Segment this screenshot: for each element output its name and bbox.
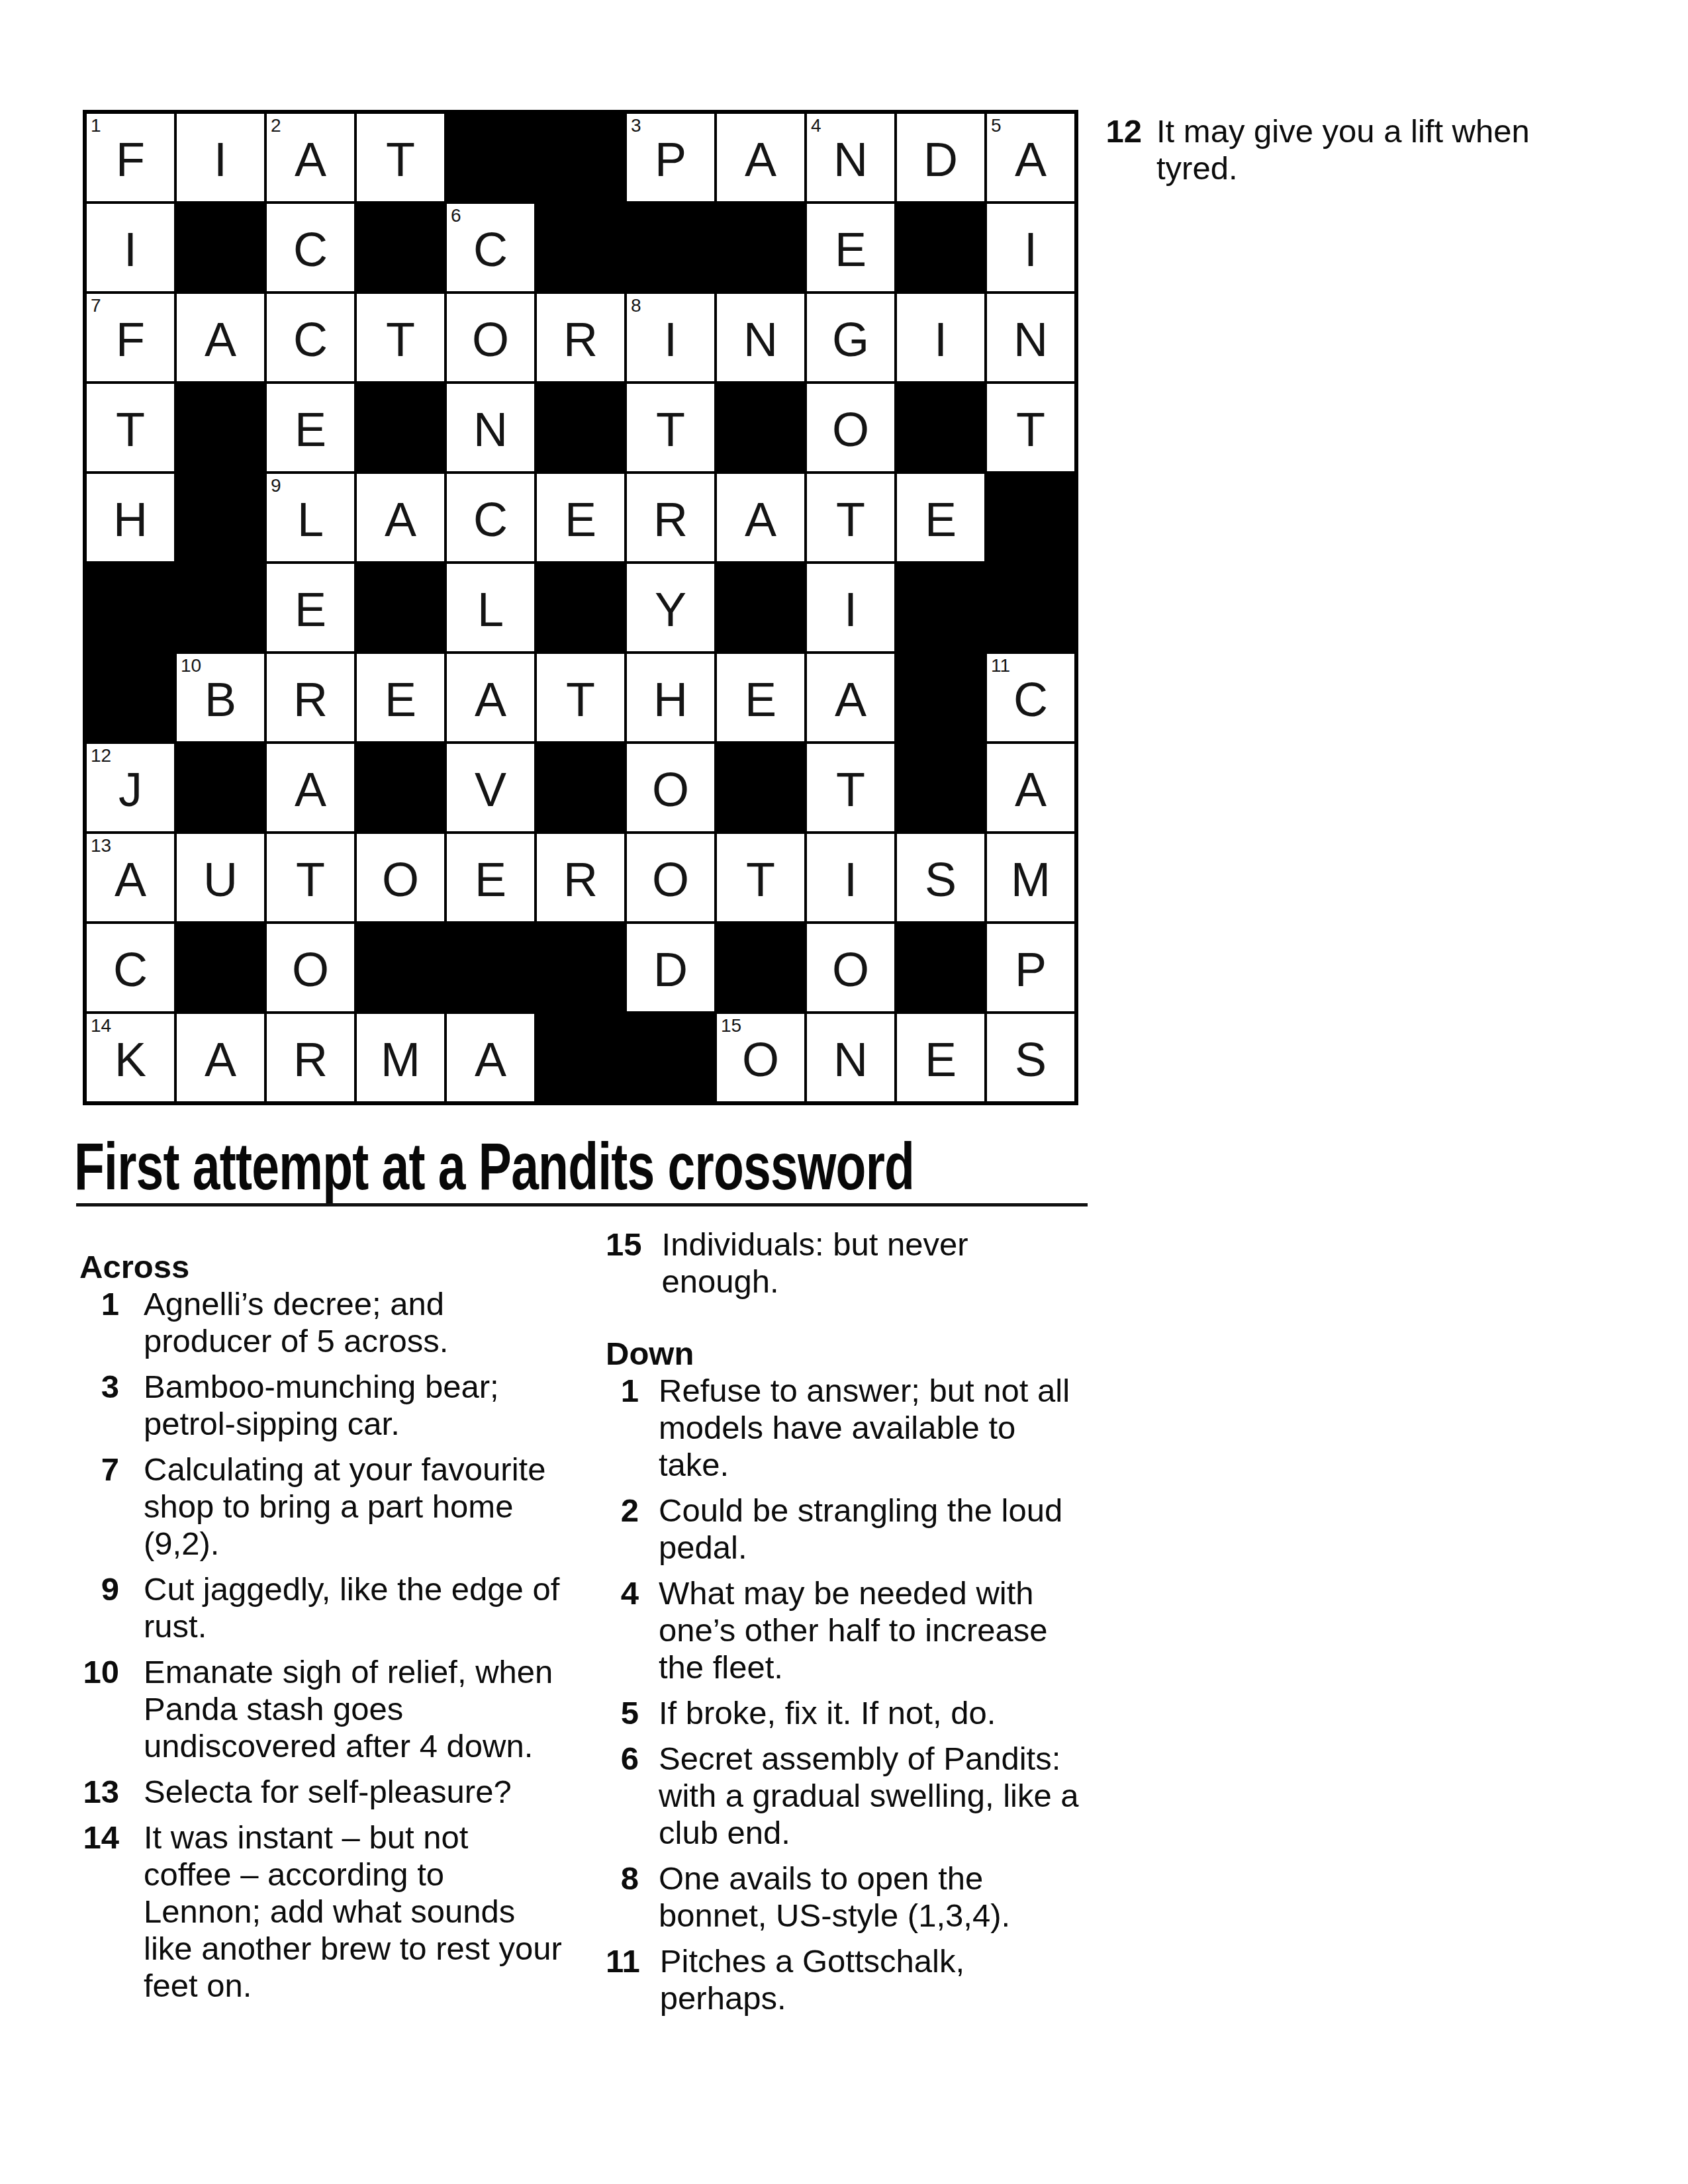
cell-r1c1[interactable]: 1F [87,114,174,201]
cell-r2c7 [627,204,714,291]
cell-letter: A [835,672,867,723]
cell-letter: I [844,852,857,903]
clue-across-9: 9 Cut jaggedly, like the edge of rust. [79,1570,589,1645]
cell-r4c10 [897,384,984,471]
clue-text: Agnelli’s decree; and producer of 5 acro… [144,1285,567,1359]
cell-r1c4[interactable]: T [357,114,444,201]
cell-letter: O [292,942,329,993]
cell-letter: N [1013,312,1048,363]
clue-across-13: 13 Selecta for self-pleasure? [79,1773,589,1810]
cell-r6c8 [717,564,804,651]
cell-r8c7[interactable]: O [627,744,714,831]
page-title: First attempt at a Pandits crossword [74,1133,914,1199]
clue-text: Secret assembly of Pandits: with a gradu… [659,1740,1096,1851]
cell-letter: T [296,852,325,903]
clue-number: 10 [79,1653,119,1690]
clue-text: Could be strangling the loud pedal. [659,1492,1096,1566]
cell-letter: O [652,852,689,903]
cell-r8c3[interactable]: A [267,744,354,831]
cell-r4c1[interactable]: T [87,384,174,471]
cell-r4c8 [717,384,804,471]
cell-letter: T [386,132,415,183]
cell-letter: A [295,132,326,183]
cell-letter: E [565,492,596,543]
cell-r7c11[interactable]: 11C [987,654,1074,741]
cell-r2c9[interactable]: E [807,204,894,291]
clue-down-8: 8 One avails to open the bonnet, US-styl… [606,1860,1109,1934]
cell-r3c7[interactable]: 8I [627,294,714,381]
cell-r3c2[interactable]: A [177,294,264,381]
cell-letter: R [293,1032,328,1083]
clue-text: It may give you a lift when tyred. [1156,113,1593,187]
cell-letter: I [124,222,137,273]
cell-letter: M [1011,852,1051,903]
clue-number: 1 [79,1285,119,1322]
cell-number: 10 [181,657,201,675]
cell-r11c2[interactable]: A [177,1014,264,1101]
clue-across-3: 3 Bamboo-munching bear; petrol-sipping c… [79,1368,589,1442]
clue-number: 9 [79,1570,119,1608]
cell-r10c1[interactable]: C [87,924,174,1011]
cell-r8c9[interactable]: T [807,744,894,831]
cell-r6c9[interactable]: I [807,564,894,651]
cell-letter: I [664,312,677,363]
cell-r10c4 [357,924,444,1011]
cell-r7c6[interactable]: T [537,654,624,741]
cell-letter: C [113,942,148,993]
cell-r2c2 [177,204,264,291]
cell-letter: E [925,1032,957,1083]
cell-r7c3[interactable]: R [267,654,354,741]
cell-r8c1[interactable]: 12J [87,744,174,831]
cell-letter: E [475,852,506,903]
cell-letter: S [1015,1032,1047,1083]
cell-letter: R [563,312,598,363]
cell-letter: A [205,1032,236,1083]
cell-letter: T [836,762,865,813]
cell-letter: A [475,672,506,723]
cell-letter: E [835,222,867,273]
cell-letter: T [746,852,775,903]
down-header: Down [606,1335,1109,1372]
cell-letter: N [743,312,778,363]
cell-r6c4 [357,564,444,651]
cell-r11c9[interactable]: N [807,1014,894,1101]
cell-letter: L [297,492,324,543]
cell-r8c5[interactable]: V [447,744,534,831]
cell-r8c4 [357,744,444,831]
cell-r9c2[interactable]: U [177,834,264,921]
cell-letter: A [115,852,146,903]
cell-r2c8 [717,204,804,291]
cell-r9c1[interactable]: 13A [87,834,174,921]
cell-number: 7 [91,296,101,315]
clue-number: 7 [79,1451,119,1488]
cell-letter: N [833,1032,868,1083]
cell-letter: C [293,312,328,363]
clue-number: 2 [606,1492,639,1529]
cell-r9c3[interactable]: T [267,834,354,921]
cell-letter: E [295,582,326,633]
cell-r1c7[interactable]: 3P [627,114,714,201]
cell-r2c11[interactable]: I [987,204,1074,291]
cell-letter: I [844,582,857,633]
cell-r5c10[interactable]: E [897,474,984,561]
cell-r9c5[interactable]: E [447,834,534,921]
cell-r10c6 [537,924,624,1011]
clue-text: Selecta for self-pleasure? [144,1773,567,1810]
cell-letter: I [934,312,947,363]
down-clues-column: 15 Individuals: but never enough. Down 1… [606,1226,1109,2017]
cell-r11c6 [537,1014,624,1101]
cell-r6c3[interactable]: E [267,564,354,651]
cell-r4c7[interactable]: T [627,384,714,471]
cell-letter: C [1013,672,1048,723]
cell-r10c7[interactable]: D [627,924,714,1011]
cell-r5c1[interactable]: H [87,474,174,561]
cell-letter: J [118,762,142,813]
cell-r3c1[interactable]: 7F [87,294,174,381]
clue-number: 6 [606,1740,639,1777]
clue-down-11: 11 Pitches a Gottschalk, perhaps. [606,1942,1109,2017]
across-clues-column: Across 1 Agnelli’s decree; and producer … [79,1248,589,2004]
cell-r11c7 [627,1014,714,1101]
clue-across-10: 10 Emanate sigh of relief, when Panda st… [79,1653,589,1764]
cell-r9c6[interactable]: R [537,834,624,921]
cell-r6c10 [897,564,984,651]
cell-letter: A [295,762,326,813]
cell-letter: A [745,492,776,543]
cell-r9c4[interactable]: O [357,834,444,921]
cell-letter: R [293,672,328,723]
clue-number: 13 [79,1773,119,1810]
cell-r7c2[interactable]: 10B [177,654,264,741]
cell-letter: I [1024,222,1037,273]
clue-down-6: 6 Secret assembly of Pandits: with a gra… [606,1740,1109,1851]
cell-r4c3[interactable]: E [267,384,354,471]
cell-letter: E [925,492,957,543]
cell-letter: P [1015,942,1047,993]
cell-letter: F [116,312,145,363]
clue-down-4: 4 What may be needed with one’s other ha… [606,1574,1109,1686]
cell-r5c9[interactable]: T [807,474,894,561]
cell-r8c11[interactable]: A [987,744,1074,831]
cell-letter: G [832,312,869,363]
cell-r5c4[interactable]: A [357,474,444,561]
cell-letter: K [115,1032,146,1083]
cell-letter: C [293,222,328,273]
cell-r10c11[interactable]: P [987,924,1074,1011]
cell-letter: E [295,402,326,453]
cell-number: 8 [631,296,641,315]
cell-r10c8 [717,924,804,1011]
cell-r1c3[interactable]: 2A [267,114,354,201]
cell-r7c9[interactable]: A [807,654,894,741]
cell-r3c9[interactable]: G [807,294,894,381]
cell-letter: S [925,852,957,903]
cell-r1c2[interactable]: I [177,114,264,201]
cell-number: 15 [721,1017,741,1035]
cell-r1c9[interactable]: 4N [807,114,894,201]
cell-letter: Y [655,582,686,633]
cell-r1c11[interactable]: 5A [987,114,1074,201]
cell-number: 3 [631,116,641,135]
cell-letter: A [1015,132,1047,183]
cell-number: 2 [271,116,281,135]
cell-letter: F [116,132,145,183]
cell-letter: P [655,132,686,183]
cell-r2c1[interactable]: I [87,204,174,291]
cell-r5c7[interactable]: R [627,474,714,561]
cell-r3c8[interactable]: N [717,294,804,381]
cell-r3c6[interactable]: R [537,294,624,381]
cell-letter: T [566,672,595,723]
clue-number: 15 [606,1226,642,1263]
clue-number: 12 [1099,113,1142,187]
cell-r11c11[interactable]: S [987,1014,1074,1101]
cell-r10c5 [447,924,534,1011]
cell-r6c11 [987,564,1074,651]
cell-r4c9[interactable]: O [807,384,894,471]
cell-number: 14 [91,1017,111,1035]
cell-r8c6 [537,744,624,831]
cell-r2c10 [897,204,984,291]
cell-r6c6 [537,564,624,651]
cell-r11c8[interactable]: 15O [717,1014,804,1101]
cell-r9c10[interactable]: S [897,834,984,921]
cell-letter: O [832,402,869,453]
cell-r10c10 [897,924,984,1011]
clue-text: Emanate sigh of relief, when Panda stash… [144,1653,567,1764]
cell-r10c2 [177,924,264,1011]
cell-letter: T [656,402,685,453]
cell-letter: O [382,852,419,903]
cell-r5c11 [987,474,1074,561]
clue-down-2: 2 Could be strangling the loud pedal. [606,1492,1109,1566]
cell-r10c3[interactable]: O [267,924,354,1011]
clue-text: One avails to open the bonnet, US-style … [659,1860,1096,1934]
across-header: Across [79,1248,589,1285]
cell-letter: L [477,582,504,633]
cell-letter: H [113,492,148,543]
cell-number: 6 [451,206,461,225]
clue-text: It was instant – but not coffee – accord… [144,1819,567,2004]
clue-text: Bamboo-munching bear; petrol-sipping car… [144,1368,567,1442]
cell-letter: V [475,762,506,813]
cell-r1c8[interactable]: A [717,114,804,201]
clue-number: 1 [606,1372,639,1409]
cell-r9c11[interactable]: M [987,834,1074,921]
cell-letter: R [563,852,598,903]
cell-r3c11[interactable]: N [987,294,1074,381]
cell-r11c4[interactable]: M [357,1014,444,1101]
cell-r6c2 [177,564,264,651]
cell-letter: T [116,402,145,453]
cell-r5c2 [177,474,264,561]
cell-r6c1 [87,564,174,651]
clue-text: If broke, fix it. If not, do. [659,1694,1096,1731]
cell-r2c5[interactable]: 6C [447,204,534,291]
cell-r4c6 [537,384,624,471]
cell-letter: A [385,492,416,543]
cell-r7c7[interactable]: H [627,654,714,741]
cell-number: 4 [811,116,821,135]
clue-across-14: 14 It was instant – but not coffee – acc… [79,1819,589,2004]
cell-letter: O [832,942,869,993]
cell-letter: M [381,1032,420,1083]
cell-r6c5[interactable]: L [447,564,534,651]
clue-down-1: 1 Refuse to answer; but not all models h… [606,1372,1109,1483]
cell-r9c8[interactable]: T [717,834,804,921]
cell-number: 12 [91,747,111,765]
cell-r7c5[interactable]: A [447,654,534,741]
cell-r5c8[interactable]: A [717,474,804,561]
cell-r11c1[interactable]: 14K [87,1014,174,1101]
cell-r6c7[interactable]: Y [627,564,714,651]
cell-letter: I [214,132,227,183]
cell-number: 5 [991,116,1002,135]
clue-number: 14 [79,1819,119,1856]
cell-r1c10[interactable]: D [897,114,984,201]
cell-letter: O [472,312,509,363]
cell-number: 1 [91,116,101,135]
cell-r2c4 [357,204,444,291]
clue-text: Refuse to answer; but not all models hav… [659,1372,1096,1483]
cell-number: 13 [91,837,111,855]
cell-letter: C [473,492,508,543]
cell-letter: A [1015,762,1047,813]
cell-letter: T [1016,402,1045,453]
cell-letter: D [923,132,958,183]
cell-letter: O [742,1032,779,1083]
cell-r2c6 [537,204,624,291]
cell-r3c10[interactable]: I [897,294,984,381]
cell-letter: R [653,492,688,543]
cell-letter: A [205,312,236,363]
cell-r3c5[interactable]: O [447,294,534,381]
cell-letter: E [745,672,776,723]
cell-letter: N [473,402,508,453]
clue-down-5: 5 If broke, fix it. If not, do. [606,1694,1109,1731]
clue-number: 5 [606,1694,639,1731]
cell-r5c5[interactable]: C [447,474,534,561]
corner-clue-12: 12 It may give you a lift when tyred. [1099,113,1622,187]
clue-across-1: 1 Agnelli’s decree; and producer of 5 ac… [79,1285,589,1359]
clue-across-7: 7 Calculating at your favourite shop to … [79,1451,589,1562]
cell-r4c2 [177,384,264,471]
cell-r7c1 [87,654,174,741]
cell-number: 9 [271,477,281,495]
cell-letter: N [833,132,868,183]
cell-r4c5[interactable]: N [447,384,534,471]
cell-letter: D [653,942,688,993]
cell-r8c10 [897,744,984,831]
clue-number: 11 [606,1942,640,1979]
cell-letter: B [205,672,236,723]
cell-r8c2 [177,744,264,831]
cell-r5c6[interactable]: E [537,474,624,561]
cell-letter: A [745,132,776,183]
cell-letter: H [653,672,688,723]
cell-r9c7[interactable]: O [627,834,714,921]
clue-number: 3 [79,1368,119,1405]
cell-letter: A [475,1032,506,1083]
cell-r8c8 [717,744,804,831]
crossword-grid: 1FI2AT3PA4ND5AIC6CEI7FACTOR8INGINTENTOTH… [83,110,1078,1105]
clue-number: 4 [606,1574,639,1612]
title-rule [76,1203,1088,1206]
cell-r5c3[interactable]: 9L [267,474,354,561]
cell-letter: U [203,852,238,903]
cell-r3c4[interactable]: T [357,294,444,381]
clue-text: Cut jaggedly, like the edge of rust. [144,1570,567,1645]
cell-letter: E [385,672,416,723]
cell-r4c4 [357,384,444,471]
cell-letter: T [386,312,415,363]
clue-text: What may be needed with one’s other half… [659,1574,1096,1686]
clue-across-15: 15 Individuals: but never enough. [606,1226,1109,1300]
cell-number: 11 [991,657,1010,675]
cell-r9c9[interactable]: I [807,834,894,921]
cell-letter: T [836,492,865,543]
cell-r4c11[interactable]: T [987,384,1074,471]
clue-text: Calculating at your favourite shop to br… [144,1451,567,1562]
cell-letter: C [473,222,508,273]
cell-r7c10 [897,654,984,741]
clue-number: 8 [606,1860,639,1897]
cell-r7c4[interactable]: E [357,654,444,741]
cell-r10c9[interactable]: O [807,924,894,1011]
cell-r11c3[interactable]: R [267,1014,354,1101]
cell-r1c6 [537,114,624,201]
cell-r11c10[interactable]: E [897,1014,984,1101]
cell-r2c3[interactable]: C [267,204,354,291]
clue-text: Pitches a Gottschalk, perhaps. [660,1942,1097,2017]
cell-r11c5[interactable]: A [447,1014,534,1101]
cell-r7c8[interactable]: E [717,654,804,741]
cell-r1c5 [447,114,534,201]
cell-r3c3[interactable]: C [267,294,354,381]
cell-letter: O [652,762,689,813]
clue-text: Individuals: but never enough. [662,1226,1099,1300]
